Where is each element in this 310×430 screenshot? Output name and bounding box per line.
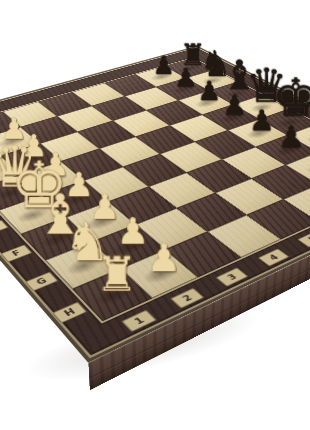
rank-label-1: 1 xyxy=(121,310,157,332)
file-label-g: G xyxy=(25,272,59,292)
rank-label-2: 2 xyxy=(170,288,204,309)
product-photo: ♜♟♟♜♞♟♟♞♝♟♟♝♛♟♟♛♚♟♟♚♝♟♟♝♞♟♟♞♜♟♟♜ ABCDEFG… xyxy=(0,0,310,430)
file-label-e: E xyxy=(0,220,9,236)
rank-label-3: 3 xyxy=(215,267,248,286)
piece-black-king-e8: ♚ xyxy=(272,72,310,124)
file-label-h: H xyxy=(52,302,87,324)
rank-label-4: 4 xyxy=(258,248,290,266)
rank-label-5: 5 xyxy=(297,231,310,248)
scene: ♜♟♟♜♞♟♟♞♝♟♟♝♛♟♟♛♚♟♟♚♝♟♟♝♞♟♟♞♜♟♟♜ ABCDEFG… xyxy=(0,0,310,430)
chess-board: ♜♟♟♜♞♟♟♞♝♟♟♝♛♟♟♛♚♟♟♚♝♟♟♝♞♟♟♞♜♟♟♜ ABCDEFG… xyxy=(0,46,310,363)
piece-black-queen-d8: ♛ xyxy=(245,62,285,109)
board-surface: ♜♟♟♜♞♟♟♞♝♟♟♝♛♟♟♛♚♟♟♚♝♟♟♝♞♟♟♞♜♟♟♜ ABCDEFG… xyxy=(0,46,310,363)
piece-black-rook-a8: ♜ xyxy=(175,40,211,69)
file-label-f: F xyxy=(0,244,32,262)
